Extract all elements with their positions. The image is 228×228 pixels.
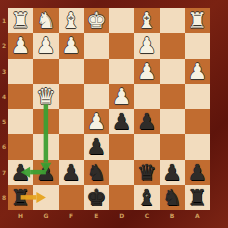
square-f4[interactable] bbox=[59, 84, 84, 109]
piece-wQ-g4[interactable]: ♛ bbox=[36, 84, 56, 109]
piece-bR-h8[interactable]: ♜ bbox=[11, 185, 31, 210]
square-c2[interactable]: ♟ bbox=[134, 33, 159, 58]
square-a6[interactable] bbox=[185, 134, 210, 159]
square-b4[interactable] bbox=[160, 84, 185, 109]
square-c6[interactable] bbox=[134, 134, 159, 159]
piece-wK-e1[interactable]: ♚ bbox=[87, 8, 107, 33]
square-h5[interactable] bbox=[8, 109, 33, 134]
piece-wR-a1[interactable]: ♜ bbox=[188, 8, 208, 33]
piece-bP-h7[interactable]: ♟ bbox=[11, 160, 31, 185]
rank-label-7: 7 bbox=[0, 160, 8, 185]
piece-wP-c2[interactable]: ♟ bbox=[137, 33, 157, 58]
piece-wP-a3[interactable]: ♟ bbox=[188, 59, 208, 84]
square-a8[interactable]: ♜ bbox=[185, 185, 210, 210]
square-d2[interactable] bbox=[109, 33, 134, 58]
file-label-g: G bbox=[33, 210, 58, 222]
rank-label-4: 4 bbox=[0, 84, 8, 109]
square-e3[interactable] bbox=[84, 59, 109, 84]
square-d4[interactable]: ♟ bbox=[109, 84, 134, 109]
chess-app-window: 12345678 HGFEDCBA ♜♞♝♚♝♜♟♟♟♟♟♟♛♟♟♟♟♟♟♟♟♞… bbox=[0, 0, 228, 228]
piece-bN-b8[interactable]: ♞ bbox=[162, 185, 182, 210]
square-e6[interactable]: ♟ bbox=[84, 134, 109, 159]
square-b3[interactable] bbox=[160, 59, 185, 84]
piece-wP-f2[interactable]: ♟ bbox=[61, 33, 81, 58]
rank-label-3: 3 bbox=[0, 59, 8, 84]
square-a5[interactable] bbox=[185, 109, 210, 134]
square-f1[interactable]: ♝ bbox=[59, 8, 84, 33]
square-g8[interactable] bbox=[33, 185, 58, 210]
square-g2[interactable]: ♟ bbox=[33, 33, 58, 58]
square-h7[interactable]: ♟ bbox=[8, 160, 33, 185]
square-c4[interactable] bbox=[134, 84, 159, 109]
square-g6[interactable] bbox=[33, 134, 58, 159]
square-e2[interactable] bbox=[84, 33, 109, 58]
square-h1[interactable]: ♜ bbox=[8, 8, 33, 33]
square-b6[interactable] bbox=[160, 134, 185, 159]
piece-bP-g7[interactable]: ♟ bbox=[36, 160, 56, 185]
rank-labels: 12345678 bbox=[0, 8, 8, 210]
square-g5[interactable] bbox=[33, 109, 58, 134]
file-label-h: H bbox=[8, 210, 33, 222]
square-c5[interactable]: ♟ bbox=[134, 109, 159, 134]
square-h8[interactable]: ♜ bbox=[8, 185, 33, 210]
piece-wP-h2[interactable]: ♟ bbox=[11, 33, 31, 58]
file-label-d: D bbox=[109, 210, 134, 222]
piece-wP-g2[interactable]: ♟ bbox=[36, 33, 56, 58]
chess-board: ♜♞♝♚♝♜♟♟♟♟♟♟♛♟♟♟♟♟♟♟♟♞♛♟♟♜♚♝♞♜ bbox=[8, 8, 210, 210]
square-e1[interactable]: ♚ bbox=[84, 8, 109, 33]
square-b1[interactable] bbox=[160, 8, 185, 33]
piece-bR-a8[interactable]: ♜ bbox=[188, 185, 208, 210]
square-f2[interactable]: ♟ bbox=[59, 33, 84, 58]
square-e7[interactable]: ♞ bbox=[84, 160, 109, 185]
square-b7[interactable]: ♟ bbox=[160, 160, 185, 185]
square-g1[interactable]: ♞ bbox=[33, 8, 58, 33]
square-d7[interactable] bbox=[109, 160, 134, 185]
file-labels: HGFEDCBA bbox=[8, 210, 210, 228]
square-h3[interactable] bbox=[8, 59, 33, 84]
piece-wN-g1[interactable]: ♞ bbox=[36, 8, 56, 33]
square-d1[interactable] bbox=[109, 8, 134, 33]
piece-bP-f7[interactable]: ♟ bbox=[61, 160, 81, 185]
piece-wB-f1[interactable]: ♝ bbox=[61, 8, 81, 33]
square-g3[interactable] bbox=[33, 59, 58, 84]
rank-label-5: 5 bbox=[0, 109, 8, 134]
square-d3[interactable] bbox=[109, 59, 134, 84]
piece-wB-c1[interactable]: ♝ bbox=[137, 8, 157, 33]
piece-wP-d4[interactable]: ♟ bbox=[112, 84, 132, 109]
piece-bQ-c7[interactable]: ♛ bbox=[137, 160, 157, 185]
piece-bP-b7[interactable]: ♟ bbox=[162, 160, 182, 185]
piece-wP-e5[interactable]: ♟ bbox=[87, 109, 107, 134]
piece-bP-a7[interactable]: ♟ bbox=[188, 160, 208, 185]
rank-label-1: 1 bbox=[0, 8, 8, 33]
rank-label-2: 2 bbox=[0, 33, 8, 58]
square-f8[interactable] bbox=[59, 185, 84, 210]
square-c7[interactable]: ♛ bbox=[134, 160, 159, 185]
square-c1[interactable]: ♝ bbox=[134, 8, 159, 33]
square-b2[interactable] bbox=[160, 33, 185, 58]
square-f3[interactable] bbox=[59, 59, 84, 84]
square-c8[interactable]: ♝ bbox=[134, 185, 159, 210]
square-b8[interactable]: ♞ bbox=[160, 185, 185, 210]
file-label-a: A bbox=[185, 210, 210, 222]
square-d8[interactable] bbox=[109, 185, 134, 210]
square-h2[interactable]: ♟ bbox=[8, 33, 33, 58]
rank-label-8: 8 bbox=[0, 185, 8, 210]
piece-bN-e7[interactable]: ♞ bbox=[87, 160, 107, 185]
square-b5[interactable] bbox=[160, 109, 185, 134]
piece-bP-e6[interactable]: ♟ bbox=[87, 134, 107, 159]
square-f6[interactable] bbox=[59, 134, 84, 159]
piece-wR-h1[interactable]: ♜ bbox=[11, 8, 31, 33]
rank-label-6: 6 bbox=[0, 134, 8, 159]
file-label-e: E bbox=[84, 210, 109, 222]
square-h4[interactable] bbox=[8, 84, 33, 109]
square-h6[interactable] bbox=[8, 134, 33, 159]
square-f7[interactable]: ♟ bbox=[59, 160, 84, 185]
square-g4[interactable]: ♛ bbox=[33, 84, 58, 109]
file-label-f: F bbox=[59, 210, 84, 222]
square-a7[interactable]: ♟ bbox=[185, 160, 210, 185]
square-a1[interactable]: ♜ bbox=[185, 8, 210, 33]
square-f5[interactable] bbox=[59, 109, 84, 134]
square-d6[interactable] bbox=[109, 134, 134, 159]
piece-wP-c3[interactable]: ♟ bbox=[137, 59, 157, 84]
file-label-c: C bbox=[134, 210, 159, 222]
square-e8[interactable]: ♚ bbox=[84, 185, 109, 210]
square-a3[interactable]: ♟ bbox=[185, 59, 210, 84]
square-a4[interactable] bbox=[185, 84, 210, 109]
piece-bK-e8[interactable]: ♚ bbox=[87, 185, 107, 210]
square-e4[interactable] bbox=[84, 84, 109, 109]
piece-bB-c8[interactable]: ♝ bbox=[137, 185, 157, 210]
piece-bP-c5[interactable]: ♟ bbox=[137, 109, 157, 134]
square-a2[interactable] bbox=[185, 33, 210, 58]
square-g7[interactable]: ♟ bbox=[33, 160, 58, 185]
square-d5[interactable]: ♟ bbox=[109, 109, 134, 134]
square-c3[interactable]: ♟ bbox=[134, 59, 159, 84]
file-label-b: B bbox=[160, 210, 185, 222]
piece-bP-d5[interactable]: ♟ bbox=[112, 109, 132, 134]
square-e5[interactable]: ♟ bbox=[84, 109, 109, 134]
